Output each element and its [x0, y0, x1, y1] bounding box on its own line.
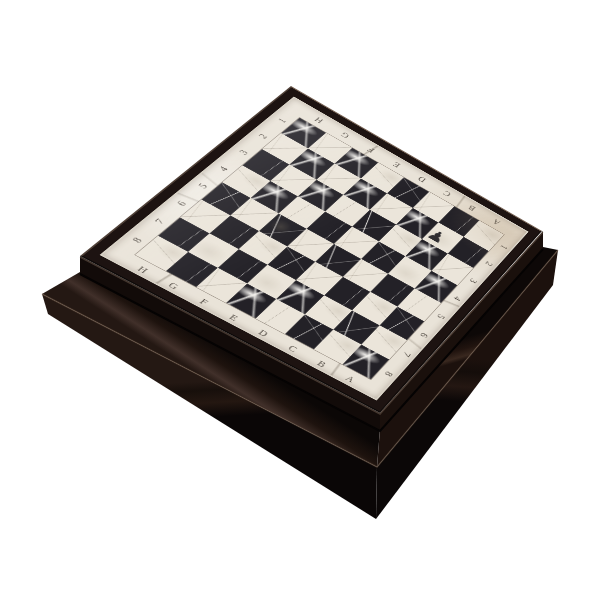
- product-photo-stage: HGFEDCBAHGFEDCBA1234567812345678 ♟: [0, 0, 600, 600]
- rank-label-left-7: 7: [153, 217, 166, 225]
- file-label-top-a: A: [491, 218, 502, 227]
- file-label-top-d: D: [416, 175, 427, 183]
- file-label-top-e: E: [391, 161, 401, 169]
- rank-label-left-1: 1: [276, 117, 288, 124]
- file-label-bottom-f: F: [198, 297, 211, 306]
- rank-label-right-6: 6: [419, 331, 430, 339]
- file-label-top-c: C: [442, 190, 453, 198]
- rank-label-right-5: 5: [436, 313, 447, 321]
- file-label-top-f: F: [366, 146, 376, 154]
- rank-label-left-5: 5: [196, 182, 209, 190]
- file-label-bottom-g: G: [167, 280, 181, 290]
- file-label-bottom-e: E: [228, 312, 241, 322]
- file-label-bottom-c: C: [287, 343, 300, 353]
- file-label-bottom-b: B: [316, 358, 329, 368]
- rank-label-left-6: 6: [175, 199, 188, 207]
- rank-label-left-8: 8: [130, 236, 144, 244]
- file-label-bottom-d: D: [257, 328, 271, 338]
- rank-label-right-8: 8: [383, 370, 395, 378]
- rank-label-left-2: 2: [257, 132, 269, 140]
- rank-label-right-3: 3: [468, 277, 479, 284]
- file-label-top-h: H: [313, 116, 325, 124]
- rank-label-left-3: 3: [237, 148, 249, 156]
- rank-label-right-7: 7: [401, 351, 413, 359]
- rank-label-right-4: 4: [452, 295, 463, 303]
- rank-label-right-1: 1: [499, 244, 509, 251]
- file-label-bottom-a: A: [344, 373, 357, 383]
- rank-label-right-2: 2: [484, 260, 495, 267]
- rank-label-left-4: 4: [217, 165, 230, 173]
- file-label-bottom-h: H: [136, 264, 151, 274]
- file-label-top-g: G: [339, 131, 351, 139]
- file-label-top-b: B: [467, 204, 477, 212]
